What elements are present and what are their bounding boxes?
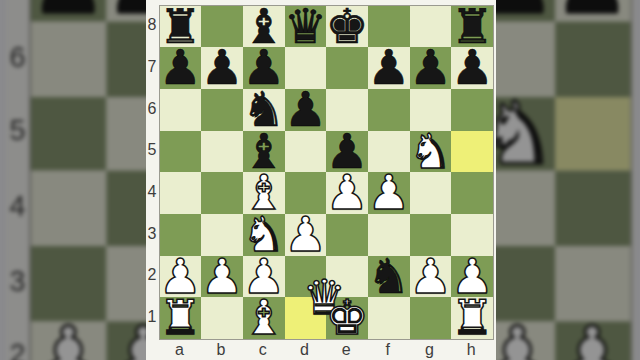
piece-white-king-e1[interactable]: ♚ (326, 297, 369, 339)
square-d6[interactable]: ♟ (285, 89, 327, 131)
rank-label-4: 4 (146, 171, 159, 213)
rank-label-3: 3 (6, 244, 29, 319)
square-f6[interactable] (368, 89, 410, 131)
piece-black-pawn-d6[interactable]: ♟ (284, 89, 327, 131)
piece-black-pawn-f7[interactable]: ♟ (367, 47, 410, 89)
piece-white-pawn-g2[interactable]: ♟ (409, 256, 452, 298)
square-e1[interactable]: ♚ (326, 297, 368, 339)
square-h1[interactable]: ♜ (451, 297, 493, 339)
square-a5[interactable] (160, 131, 202, 173)
piece-white-bishop-c1[interactable]: ♝ (242, 297, 285, 339)
square-a7: ♟ (31, 0, 106, 21)
square-e3[interactable] (326, 214, 368, 256)
square-h5 (555, 96, 630, 171)
square-a5 (31, 96, 106, 171)
square-e8[interactable]: ♚ (326, 6, 368, 48)
rank-label-4: 4 (6, 169, 29, 244)
rank-label-6: 6 (146, 88, 159, 130)
file-label-b: b (200, 340, 242, 360)
piece-white-rook-h1[interactable]: ♜ (451, 297, 494, 339)
piece-black-pawn-b7[interactable]: ♟ (201, 47, 244, 89)
piece-black-pawn-a7: ♟ (30, 0, 107, 21)
rank-label-2: 2 (6, 319, 29, 360)
chess-board-widget: 87654321♛♜♝♛♚♜♟♟♟♟♟♟♞♟♝♟♞♝♟♟♞♟♟♟♟♞♟♟♜♝♚♜… (146, 0, 496, 360)
piece-white-pawn-d3[interactable]: ♟ (284, 214, 327, 256)
square-a4[interactable] (160, 172, 202, 214)
square-f7[interactable]: ♟ (368, 47, 410, 89)
piece-white-knight-g5[interactable]: ♞ (409, 131, 452, 173)
square-h6 (555, 21, 630, 96)
rank-labels-column: 87654321 (6, 0, 29, 360)
square-a4 (31, 171, 106, 246)
square-h7: ♟ (555, 0, 630, 21)
rank-label-6: 6 (6, 20, 29, 95)
piece-white-pawn-b2[interactable]: ♟ (201, 256, 244, 298)
square-b4[interactable] (201, 172, 243, 214)
rank-label-1: 1 (146, 296, 159, 338)
video-frame: 87654321♛♜♝♛♚♜♟♟♟♟♟♟♞♟♝♟♞♝♟♟♞♟♟♟♟♞♟♟♜♝♚♜… (0, 0, 640, 360)
piece-white-pawn-e4[interactable]: ♟ (326, 172, 369, 214)
rank-label-3: 3 (146, 213, 159, 255)
piece-black-knight-f2[interactable]: ♞ (367, 256, 410, 298)
square-d8[interactable]: ♛ (285, 6, 327, 48)
rank-label-2: 2 (146, 255, 159, 297)
square-b6[interactable] (201, 89, 243, 131)
square-g7[interactable]: ♟ (410, 47, 452, 89)
piece-black-pawn-a7[interactable]: ♟ (159, 47, 202, 89)
rank-label-5: 5 (146, 130, 159, 172)
square-b7[interactable]: ♟ (201, 47, 243, 89)
piece-black-king-e8[interactable]: ♚ (326, 6, 369, 48)
square-b2[interactable]: ♟ (201, 256, 243, 298)
file-label-d: d (284, 340, 326, 360)
square-d3[interactable]: ♟ (285, 214, 327, 256)
square-b5[interactable] (201, 131, 243, 173)
piece-white-pawn-f4[interactable]: ♟ (367, 172, 410, 214)
square-h5[interactable] (451, 131, 493, 173)
piece-white-rook-a1[interactable]: ♜ (159, 297, 202, 339)
square-g2[interactable]: ♟ (410, 256, 452, 298)
piece-black-pawn-h7[interactable]: ♟ (451, 47, 494, 89)
rank-label-8: 8 (146, 5, 159, 47)
square-a1[interactable]: ♜ (160, 297, 202, 339)
square-h7[interactable]: ♟ (451, 47, 493, 89)
piece-black-pawn-h7: ♟ (554, 0, 631, 21)
piece-white-pawn-h2: ♟ (554, 321, 631, 360)
square-a2: ♟ (31, 321, 106, 360)
square-h4 (555, 171, 630, 246)
square-a7[interactable]: ♟ (160, 47, 202, 89)
file-label-f: f (367, 340, 409, 360)
rank-label-7: 7 (146, 46, 159, 88)
square-f4[interactable]: ♟ (368, 172, 410, 214)
square-e4[interactable]: ♟ (326, 172, 368, 214)
piece-black-queen-d8[interactable]: ♛ (284, 6, 327, 48)
file-label-g: g (409, 340, 451, 360)
rank-label-7: 7 (6, 0, 29, 20)
square-h4[interactable] (451, 172, 493, 214)
square-f2[interactable]: ♞ (368, 256, 410, 298)
square-c1[interactable]: ♝ (243, 297, 285, 339)
square-a6 (31, 21, 106, 96)
board-grid: ♛♜♝♛♚♜♟♟♟♟♟♟♞♟♝♟♞♝♟♟♞♟♟♟♟♞♟♟♜♝♚♜ (159, 5, 495, 341)
rank-labels-column: 87654321 (146, 5, 159, 339)
square-g5[interactable]: ♞ (410, 131, 452, 173)
rank-label-5: 5 (6, 94, 29, 169)
square-h6[interactable] (451, 89, 493, 131)
piece-white-pawn-a2: ♟ (30, 321, 107, 360)
piece-black-pawn-g7[interactable]: ♟ (409, 47, 452, 89)
square-h2: ♟ (555, 321, 630, 360)
square-a6[interactable] (160, 89, 202, 131)
